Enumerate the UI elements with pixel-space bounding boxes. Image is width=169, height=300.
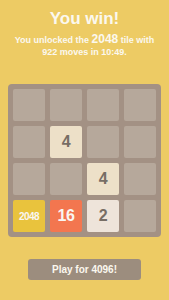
win-screen: You win! You unlocked the 2048 tile with…	[0, 0, 169, 300]
play-button[interactable]: Play for 4096!	[28, 259, 141, 280]
empty-cell	[50, 163, 82, 195]
empty-cell	[124, 200, 156, 232]
win-title: You win!	[50, 9, 120, 29]
empty-cell	[13, 89, 45, 121]
subtitle-tile-number: 2048	[92, 32, 119, 46]
tile-16: 16	[50, 200, 82, 232]
empty-cell	[124, 163, 156, 195]
win-subtitle: You unlocked the 2048 tile with922 moves…	[15, 33, 155, 58]
empty-cell	[13, 126, 45, 158]
empty-cell	[124, 126, 156, 158]
subtitle-text-suffix: tile with	[118, 35, 154, 45]
empty-cell	[87, 126, 119, 158]
empty-cell	[87, 89, 119, 121]
tile-4: 4	[87, 163, 119, 195]
tile-4: 4	[50, 126, 82, 158]
subtitle-text-prefix: You unlocked the	[15, 35, 92, 45]
tile-2048: 2048	[13, 200, 45, 232]
subtitle-stats-line: 922 moves in 10:49.	[42, 47, 127, 57]
empty-cell	[124, 89, 156, 121]
tile-2: 2	[87, 200, 119, 232]
empty-cell	[13, 163, 45, 195]
empty-cell	[50, 89, 82, 121]
game-board: 442048162	[8, 84, 161, 237]
